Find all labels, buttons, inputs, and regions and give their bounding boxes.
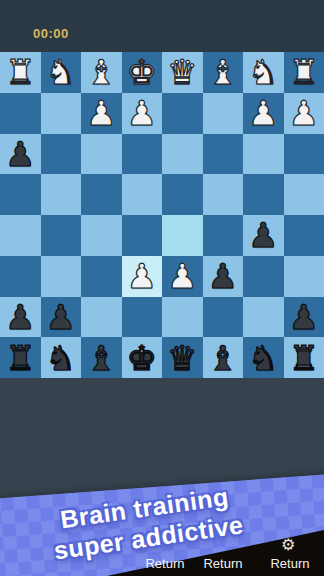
piece-wB: ♝ [86, 55, 116, 89]
square-d8[interactable]: ♛ [162, 337, 203, 378]
square-b6[interactable] [243, 256, 284, 297]
square-g3[interactable] [41, 134, 82, 175]
square-c3[interactable] [203, 134, 244, 175]
square-b3[interactable] [243, 134, 284, 175]
return-button-3[interactable]: Return [270, 556, 309, 571]
piece-wP: ♟ [248, 96, 278, 130]
square-d1[interactable]: ♛ [162, 52, 203, 93]
piece-wQ: ♛ [167, 55, 197, 89]
square-c8[interactable]: ♝ [203, 337, 244, 378]
white-player-timer: 00:00 [33, 26, 69, 41]
square-g5[interactable] [41, 215, 82, 256]
square-e1[interactable]: ♚ [122, 52, 163, 93]
square-c5[interactable] [203, 215, 244, 256]
square-d5[interactable] [162, 215, 203, 256]
piece-bP: ♟ [5, 137, 35, 171]
square-h5[interactable] [0, 215, 41, 256]
square-a6[interactable] [284, 256, 324, 297]
square-c1[interactable]: ♝ [203, 52, 244, 93]
piece-wK: ♚ [127, 55, 157, 89]
square-h3[interactable]: ♟ [0, 134, 41, 175]
piece-bB: ♝ [86, 341, 116, 375]
piece-bN: ♞ [46, 341, 76, 375]
piece-bQ: ♛ [167, 341, 197, 375]
square-f8[interactable]: ♝ [81, 337, 122, 378]
square-e8[interactable]: ♚ [122, 337, 163, 378]
piece-wN: ♞ [46, 55, 76, 89]
piece-bP: ♟ [5, 300, 35, 334]
piece-bP: ♟ [248, 218, 278, 252]
square-d4[interactable] [162, 174, 203, 215]
square-c6[interactable]: ♟ [203, 256, 244, 297]
piece-bP: ♟ [289, 300, 319, 334]
square-a4[interactable] [284, 174, 324, 215]
square-a1[interactable]: ♜ [284, 52, 324, 93]
square-c7[interactable] [203, 297, 244, 338]
square-a7[interactable]: ♟ [284, 297, 324, 338]
square-a8[interactable]: ♜ [284, 337, 324, 378]
piece-wP: ♟ [86, 96, 116, 130]
square-e3[interactable] [122, 134, 163, 175]
square-e5[interactable] [122, 215, 163, 256]
square-e2[interactable]: ♟ [122, 93, 163, 134]
piece-bK: ♚ [127, 341, 157, 375]
square-c2[interactable] [203, 93, 244, 134]
return-button-2[interactable]: Return [203, 556, 242, 571]
settings-gear-icon[interactable]: ⚙ [281, 535, 295, 554]
piece-bR: ♜ [289, 341, 319, 375]
square-b4[interactable] [243, 174, 284, 215]
piece-bR: ♜ [5, 341, 35, 375]
square-h8[interactable]: ♜ [0, 337, 41, 378]
piece-wP: ♟ [167, 259, 197, 293]
square-g1[interactable]: ♞ [41, 52, 82, 93]
square-h2[interactable] [0, 93, 41, 134]
square-f2[interactable]: ♟ [81, 93, 122, 134]
square-a5[interactable] [284, 215, 324, 256]
square-b8[interactable]: ♞ [243, 337, 284, 378]
piece-bP: ♟ [208, 259, 238, 293]
square-h6[interactable] [0, 256, 41, 297]
square-d7[interactable] [162, 297, 203, 338]
piece-wR: ♜ [5, 55, 35, 89]
square-b7[interactable] [243, 297, 284, 338]
piece-bN: ♞ [248, 341, 278, 375]
chess-board[interactable]: ♜♞♝♚♛♝♞♜♟♟♟♟♟♟♟♟♟♟♟♟♜♞♝♚♛♝♞♜ [0, 52, 324, 378]
piece-wP: ♟ [127, 96, 157, 130]
square-c4[interactable] [203, 174, 244, 215]
piece-wR: ♜ [289, 55, 319, 89]
piece-wN: ♞ [248, 55, 278, 89]
square-e4[interactable] [122, 174, 163, 215]
square-a3[interactable] [284, 134, 324, 175]
square-f5[interactable] [81, 215, 122, 256]
square-d3[interactable] [162, 134, 203, 175]
square-b2[interactable]: ♟ [243, 93, 284, 134]
square-g6[interactable] [41, 256, 82, 297]
square-e6[interactable]: ♟ [122, 256, 163, 297]
square-h7[interactable]: ♟ [0, 297, 41, 338]
square-f3[interactable] [81, 134, 122, 175]
square-g7[interactable]: ♟ [41, 297, 82, 338]
square-e7[interactable] [122, 297, 163, 338]
square-f7[interactable] [81, 297, 122, 338]
square-f1[interactable]: ♝ [81, 52, 122, 93]
square-b1[interactable]: ♞ [243, 52, 284, 93]
piece-wB: ♝ [208, 55, 238, 89]
square-f6[interactable] [81, 256, 122, 297]
piece-bP: ♟ [46, 300, 76, 334]
return-button-1[interactable]: Return [145, 556, 184, 571]
top-bar: 00:00 [0, 0, 324, 52]
square-g2[interactable] [41, 93, 82, 134]
square-d6[interactable]: ♟ [162, 256, 203, 297]
square-h1[interactable]: ♜ [0, 52, 41, 93]
piece-bB: ♝ [208, 341, 238, 375]
piece-wP: ♟ [127, 259, 157, 293]
square-h4[interactable] [0, 174, 41, 215]
square-a2[interactable]: ♟ [284, 93, 324, 134]
square-b5[interactable]: ♟ [243, 215, 284, 256]
square-g8[interactable]: ♞ [41, 337, 82, 378]
square-g4[interactable] [41, 174, 82, 215]
square-f4[interactable] [81, 174, 122, 215]
piece-wP: ♟ [289, 96, 319, 130]
square-d2[interactable] [162, 93, 203, 134]
